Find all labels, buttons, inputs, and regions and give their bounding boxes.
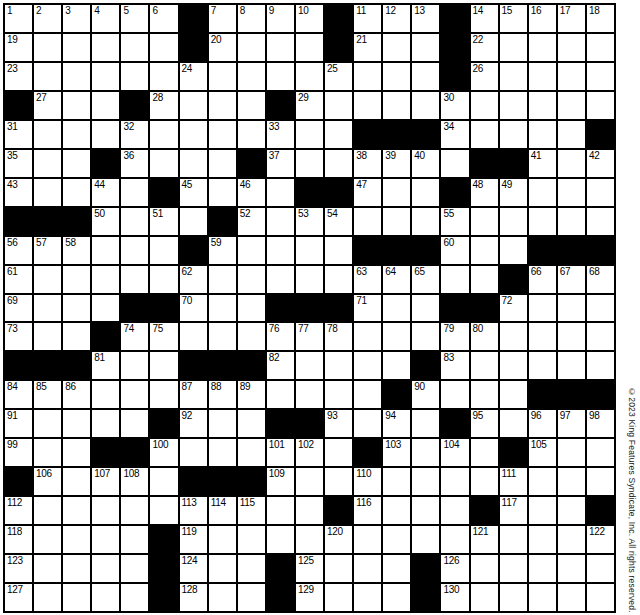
white-cell[interactable] bbox=[325, 439, 352, 466]
white-cell[interactable] bbox=[92, 526, 119, 553]
white-cell[interactable] bbox=[180, 92, 207, 119]
white-cell[interactable] bbox=[63, 63, 90, 90]
white-cell[interactable]: 91 bbox=[5, 410, 32, 437]
white-cell[interactable] bbox=[121, 63, 148, 90]
white-cell[interactable] bbox=[209, 92, 236, 119]
white-cell[interactable]: 130 bbox=[441, 584, 468, 611]
white-cell[interactable] bbox=[150, 381, 177, 408]
white-cell[interactable] bbox=[209, 150, 236, 177]
white-cell[interactable] bbox=[296, 237, 323, 264]
white-cell[interactable]: 77 bbox=[296, 323, 323, 350]
white-cell[interactable]: 20 bbox=[209, 34, 236, 61]
white-cell[interactable] bbox=[92, 555, 119, 582]
white-cell[interactable]: 9 bbox=[267, 5, 294, 32]
white-cell[interactable]: 47 bbox=[354, 179, 381, 206]
white-cell[interactable]: 74 bbox=[121, 323, 148, 350]
white-cell[interactable]: 67 bbox=[558, 266, 585, 293]
white-cell[interactable] bbox=[558, 439, 585, 466]
white-cell[interactable]: 80 bbox=[471, 323, 498, 350]
white-cell[interactable]: 127 bbox=[5, 584, 32, 611]
white-cell[interactable] bbox=[267, 237, 294, 264]
white-cell[interactable]: 55 bbox=[441, 208, 468, 235]
white-cell[interactable]: 61 bbox=[5, 266, 32, 293]
white-cell[interactable] bbox=[34, 150, 61, 177]
white-cell[interactable]: 2 bbox=[34, 5, 61, 32]
white-cell[interactable] bbox=[383, 92, 410, 119]
white-cell[interactable]: 60 bbox=[441, 237, 468, 264]
white-cell[interactable]: 64 bbox=[383, 266, 410, 293]
white-cell[interactable]: 39 bbox=[383, 150, 410, 177]
white-cell[interactable] bbox=[529, 584, 556, 611]
white-cell[interactable] bbox=[325, 468, 352, 495]
white-cell[interactable] bbox=[267, 266, 294, 293]
white-cell[interactable] bbox=[238, 584, 265, 611]
white-cell[interactable] bbox=[500, 526, 527, 553]
white-cell[interactable] bbox=[209, 266, 236, 293]
white-cell[interactable] bbox=[412, 497, 439, 524]
white-cell[interactable] bbox=[354, 584, 381, 611]
white-cell[interactable]: 38 bbox=[354, 150, 381, 177]
white-cell[interactable] bbox=[441, 266, 468, 293]
white-cell[interactable] bbox=[92, 497, 119, 524]
white-cell[interactable]: 4 bbox=[92, 5, 119, 32]
white-cell[interactable] bbox=[92, 266, 119, 293]
white-cell[interactable] bbox=[354, 352, 381, 379]
white-cell[interactable] bbox=[412, 439, 439, 466]
white-cell[interactable] bbox=[150, 121, 177, 148]
white-cell[interactable] bbox=[209, 526, 236, 553]
white-cell[interactable]: 10 bbox=[296, 5, 323, 32]
white-cell[interactable]: 21 bbox=[354, 34, 381, 61]
white-cell[interactable] bbox=[296, 34, 323, 61]
white-cell[interactable]: 115 bbox=[238, 497, 265, 524]
white-cell[interactable]: 97 bbox=[558, 410, 585, 437]
white-cell[interactable] bbox=[121, 208, 148, 235]
white-cell[interactable] bbox=[209, 584, 236, 611]
white-cell[interactable] bbox=[34, 121, 61, 148]
white-cell[interactable]: 1 bbox=[5, 5, 32, 32]
white-cell[interactable] bbox=[441, 381, 468, 408]
white-cell[interactable] bbox=[325, 121, 352, 148]
white-cell[interactable] bbox=[209, 439, 236, 466]
white-cell[interactable] bbox=[296, 526, 323, 553]
white-cell[interactable]: 101 bbox=[267, 439, 294, 466]
white-cell[interactable]: 22 bbox=[471, 34, 498, 61]
white-cell[interactable] bbox=[267, 208, 294, 235]
white-cell[interactable] bbox=[209, 323, 236, 350]
white-cell[interactable] bbox=[63, 439, 90, 466]
white-cell[interactable] bbox=[180, 439, 207, 466]
white-cell[interactable] bbox=[354, 410, 381, 437]
white-cell[interactable]: 49 bbox=[500, 179, 527, 206]
white-cell[interactable]: 53 bbox=[296, 208, 323, 235]
white-cell[interactable]: 81 bbox=[92, 352, 119, 379]
white-cell[interactable] bbox=[529, 208, 556, 235]
white-cell[interactable]: 119 bbox=[180, 526, 207, 553]
white-cell[interactable] bbox=[354, 92, 381, 119]
white-cell[interactable] bbox=[471, 381, 498, 408]
white-cell[interactable]: 93 bbox=[325, 410, 352, 437]
white-cell[interactable]: 23 bbox=[5, 63, 32, 90]
white-cell[interactable]: 50 bbox=[92, 208, 119, 235]
white-cell[interactable]: 16 bbox=[529, 5, 556, 32]
white-cell[interactable]: 106 bbox=[34, 468, 61, 495]
white-cell[interactable]: 84 bbox=[5, 381, 32, 408]
white-cell[interactable] bbox=[34, 410, 61, 437]
white-cell[interactable] bbox=[500, 352, 527, 379]
white-cell[interactable]: 17 bbox=[558, 5, 585, 32]
white-cell[interactable] bbox=[121, 179, 148, 206]
white-cell[interactable] bbox=[500, 34, 527, 61]
white-cell[interactable]: 121 bbox=[471, 526, 498, 553]
white-cell[interactable]: 63 bbox=[354, 266, 381, 293]
white-cell[interactable] bbox=[471, 208, 498, 235]
white-cell[interactable] bbox=[500, 323, 527, 350]
white-cell[interactable] bbox=[383, 295, 410, 322]
white-cell[interactable]: 56 bbox=[5, 237, 32, 264]
white-cell[interactable] bbox=[529, 179, 556, 206]
white-cell[interactable] bbox=[238, 410, 265, 437]
white-cell[interactable]: 33 bbox=[267, 121, 294, 148]
white-cell[interactable] bbox=[121, 497, 148, 524]
white-cell[interactable] bbox=[34, 439, 61, 466]
white-cell[interactable] bbox=[587, 295, 614, 322]
white-cell[interactable]: 13 bbox=[412, 5, 439, 32]
white-cell[interactable] bbox=[325, 266, 352, 293]
white-cell[interactable]: 79 bbox=[441, 323, 468, 350]
white-cell[interactable] bbox=[529, 526, 556, 553]
white-cell[interactable] bbox=[325, 555, 352, 582]
white-cell[interactable] bbox=[500, 63, 527, 90]
white-cell[interactable] bbox=[267, 63, 294, 90]
white-cell[interactable] bbox=[63, 92, 90, 119]
white-cell[interactable]: 83 bbox=[441, 352, 468, 379]
white-cell[interactable]: 7 bbox=[209, 5, 236, 32]
white-cell[interactable] bbox=[412, 468, 439, 495]
white-cell[interactable] bbox=[587, 92, 614, 119]
white-cell[interactable] bbox=[587, 555, 614, 582]
white-cell[interactable]: 5 bbox=[121, 5, 148, 32]
white-cell[interactable] bbox=[383, 584, 410, 611]
white-cell[interactable]: 96 bbox=[529, 410, 556, 437]
white-cell[interactable] bbox=[558, 352, 585, 379]
white-cell[interactable] bbox=[34, 526, 61, 553]
white-cell[interactable]: 113 bbox=[180, 497, 207, 524]
white-cell[interactable] bbox=[383, 555, 410, 582]
white-cell[interactable]: 126 bbox=[441, 555, 468, 582]
white-cell[interactable]: 123 bbox=[5, 555, 32, 582]
white-cell[interactable] bbox=[500, 410, 527, 437]
white-cell[interactable] bbox=[150, 352, 177, 379]
white-cell[interactable] bbox=[354, 555, 381, 582]
white-cell[interactable] bbox=[63, 121, 90, 148]
white-cell[interactable] bbox=[529, 295, 556, 322]
white-cell[interactable]: 88 bbox=[209, 381, 236, 408]
white-cell[interactable]: 75 bbox=[150, 323, 177, 350]
white-cell[interactable] bbox=[412, 63, 439, 90]
white-cell[interactable] bbox=[325, 150, 352, 177]
white-cell[interactable]: 52 bbox=[238, 208, 265, 235]
white-cell[interactable] bbox=[471, 266, 498, 293]
white-cell[interactable] bbox=[354, 323, 381, 350]
white-cell[interactable] bbox=[383, 34, 410, 61]
white-cell[interactable] bbox=[296, 266, 323, 293]
white-cell[interactable]: 116 bbox=[354, 497, 381, 524]
white-cell[interactable] bbox=[500, 121, 527, 148]
white-cell[interactable] bbox=[63, 526, 90, 553]
white-cell[interactable]: 102 bbox=[296, 439, 323, 466]
white-cell[interactable]: 95 bbox=[471, 410, 498, 437]
white-cell[interactable] bbox=[529, 121, 556, 148]
white-cell[interactable]: 129 bbox=[296, 584, 323, 611]
white-cell[interactable]: 86 bbox=[63, 381, 90, 408]
white-cell[interactable]: 30 bbox=[441, 92, 468, 119]
white-cell[interactable]: 118 bbox=[5, 526, 32, 553]
white-cell[interactable] bbox=[296, 468, 323, 495]
white-cell[interactable] bbox=[412, 208, 439, 235]
white-cell[interactable]: 15 bbox=[500, 5, 527, 32]
white-cell[interactable]: 41 bbox=[529, 150, 556, 177]
white-cell[interactable] bbox=[63, 468, 90, 495]
white-cell[interactable]: 105 bbox=[529, 439, 556, 466]
white-cell[interactable] bbox=[150, 237, 177, 264]
white-cell[interactable]: 103 bbox=[383, 439, 410, 466]
white-cell[interactable] bbox=[412, 526, 439, 553]
white-cell[interactable] bbox=[238, 295, 265, 322]
white-cell[interactable]: 18 bbox=[587, 5, 614, 32]
white-cell[interactable] bbox=[471, 92, 498, 119]
white-cell[interactable] bbox=[92, 34, 119, 61]
white-cell[interactable] bbox=[180, 208, 207, 235]
white-cell[interactable] bbox=[34, 266, 61, 293]
white-cell[interactable] bbox=[500, 381, 527, 408]
white-cell[interactable]: 98 bbox=[587, 410, 614, 437]
white-cell[interactable] bbox=[529, 352, 556, 379]
white-cell[interactable] bbox=[238, 92, 265, 119]
white-cell[interactable] bbox=[587, 352, 614, 379]
white-cell[interactable] bbox=[354, 208, 381, 235]
white-cell[interactable]: 34 bbox=[441, 121, 468, 148]
white-cell[interactable] bbox=[412, 323, 439, 350]
white-cell[interactable]: 43 bbox=[5, 179, 32, 206]
white-cell[interactable] bbox=[296, 497, 323, 524]
white-cell[interactable] bbox=[587, 439, 614, 466]
white-cell[interactable]: 14 bbox=[471, 5, 498, 32]
white-cell[interactable] bbox=[180, 150, 207, 177]
white-cell[interactable]: 89 bbox=[238, 381, 265, 408]
white-cell[interactable] bbox=[412, 179, 439, 206]
white-cell[interactable]: 58 bbox=[63, 237, 90, 264]
white-cell[interactable]: 12 bbox=[383, 5, 410, 32]
white-cell[interactable] bbox=[412, 295, 439, 322]
white-cell[interactable]: 25 bbox=[325, 63, 352, 90]
white-cell[interactable] bbox=[238, 63, 265, 90]
white-cell[interactable] bbox=[34, 179, 61, 206]
white-cell[interactable]: 40 bbox=[412, 150, 439, 177]
white-cell[interactable] bbox=[587, 468, 614, 495]
white-cell[interactable]: 51 bbox=[150, 208, 177, 235]
white-cell[interactable] bbox=[354, 63, 381, 90]
white-cell[interactable]: 122 bbox=[587, 526, 614, 553]
white-cell[interactable] bbox=[587, 208, 614, 235]
white-cell[interactable] bbox=[209, 179, 236, 206]
white-cell[interactable] bbox=[471, 555, 498, 582]
white-cell[interactable] bbox=[558, 34, 585, 61]
white-cell[interactable] bbox=[296, 121, 323, 148]
white-cell[interactable] bbox=[238, 439, 265, 466]
white-cell[interactable] bbox=[296, 352, 323, 379]
white-cell[interactable] bbox=[587, 584, 614, 611]
white-cell[interactable] bbox=[63, 584, 90, 611]
white-cell[interactable]: 85 bbox=[34, 381, 61, 408]
white-cell[interactable] bbox=[63, 497, 90, 524]
white-cell[interactable] bbox=[500, 584, 527, 611]
white-cell[interactable] bbox=[92, 295, 119, 322]
white-cell[interactable] bbox=[500, 92, 527, 119]
white-cell[interactable] bbox=[267, 381, 294, 408]
white-cell[interactable]: 65 bbox=[412, 266, 439, 293]
white-cell[interactable] bbox=[92, 121, 119, 148]
white-cell[interactable] bbox=[558, 150, 585, 177]
white-cell[interactable] bbox=[529, 63, 556, 90]
white-cell[interactable]: 120 bbox=[325, 526, 352, 553]
white-cell[interactable] bbox=[412, 410, 439, 437]
white-cell[interactable] bbox=[238, 555, 265, 582]
white-cell[interactable] bbox=[121, 526, 148, 553]
white-cell[interactable] bbox=[383, 179, 410, 206]
white-cell[interactable]: 6 bbox=[150, 5, 177, 32]
white-cell[interactable] bbox=[383, 63, 410, 90]
white-cell[interactable] bbox=[34, 295, 61, 322]
white-cell[interactable] bbox=[238, 34, 265, 61]
white-cell[interactable] bbox=[441, 468, 468, 495]
white-cell[interactable] bbox=[529, 92, 556, 119]
white-cell[interactable]: 24 bbox=[180, 63, 207, 90]
white-cell[interactable] bbox=[34, 497, 61, 524]
white-cell[interactable] bbox=[383, 497, 410, 524]
white-cell[interactable]: 112 bbox=[5, 497, 32, 524]
white-cell[interactable] bbox=[180, 121, 207, 148]
white-cell[interactable] bbox=[441, 526, 468, 553]
white-cell[interactable]: 108 bbox=[121, 468, 148, 495]
white-cell[interactable]: 100 bbox=[150, 439, 177, 466]
white-cell[interactable] bbox=[471, 237, 498, 264]
white-cell[interactable] bbox=[238, 266, 265, 293]
white-cell[interactable] bbox=[383, 526, 410, 553]
white-cell[interactable]: 31 bbox=[5, 121, 32, 148]
white-cell[interactable]: 69 bbox=[5, 295, 32, 322]
white-cell[interactable] bbox=[441, 497, 468, 524]
white-cell[interactable] bbox=[121, 584, 148, 611]
white-cell[interactable] bbox=[238, 526, 265, 553]
white-cell[interactable] bbox=[383, 468, 410, 495]
white-cell[interactable]: 73 bbox=[5, 323, 32, 350]
white-cell[interactable] bbox=[500, 208, 527, 235]
white-cell[interactable]: 72 bbox=[500, 295, 527, 322]
white-cell[interactable] bbox=[529, 555, 556, 582]
white-cell[interactable]: 114 bbox=[209, 497, 236, 524]
white-cell[interactable] bbox=[471, 468, 498, 495]
white-cell[interactable] bbox=[238, 323, 265, 350]
white-cell[interactable]: 125 bbox=[296, 555, 323, 582]
white-cell[interactable]: 44 bbox=[92, 179, 119, 206]
white-cell[interactable]: 8 bbox=[238, 5, 265, 32]
white-cell[interactable] bbox=[500, 237, 527, 264]
white-cell[interactable] bbox=[500, 555, 527, 582]
white-cell[interactable] bbox=[92, 63, 119, 90]
white-cell[interactable] bbox=[587, 179, 614, 206]
white-cell[interactable] bbox=[63, 266, 90, 293]
white-cell[interactable] bbox=[558, 584, 585, 611]
white-cell[interactable] bbox=[121, 352, 148, 379]
white-cell[interactable] bbox=[383, 208, 410, 235]
white-cell[interactable] bbox=[529, 34, 556, 61]
white-cell[interactable] bbox=[34, 34, 61, 61]
white-cell[interactable] bbox=[558, 468, 585, 495]
white-cell[interactable] bbox=[296, 63, 323, 90]
white-cell[interactable]: 59 bbox=[209, 237, 236, 264]
white-cell[interactable] bbox=[267, 526, 294, 553]
white-cell[interactable] bbox=[121, 381, 148, 408]
white-cell[interactable] bbox=[121, 34, 148, 61]
white-cell[interactable] bbox=[238, 121, 265, 148]
white-cell[interactable] bbox=[558, 555, 585, 582]
white-cell[interactable]: 87 bbox=[180, 381, 207, 408]
white-cell[interactable] bbox=[150, 266, 177, 293]
white-cell[interactable] bbox=[92, 92, 119, 119]
white-cell[interactable]: 128 bbox=[180, 584, 207, 611]
white-cell[interactable]: 26 bbox=[471, 63, 498, 90]
white-cell[interactable] bbox=[92, 410, 119, 437]
white-cell[interactable]: 76 bbox=[267, 323, 294, 350]
white-cell[interactable] bbox=[325, 92, 352, 119]
white-cell[interactable] bbox=[92, 381, 119, 408]
white-cell[interactable] bbox=[34, 63, 61, 90]
white-cell[interactable] bbox=[150, 468, 177, 495]
white-cell[interactable] bbox=[296, 381, 323, 408]
white-cell[interactable] bbox=[529, 323, 556, 350]
white-cell[interactable] bbox=[63, 410, 90, 437]
white-cell[interactable]: 45 bbox=[180, 179, 207, 206]
white-cell[interactable]: 46 bbox=[238, 179, 265, 206]
white-cell[interactable] bbox=[529, 497, 556, 524]
white-cell[interactable] bbox=[354, 381, 381, 408]
white-cell[interactable]: 42 bbox=[587, 150, 614, 177]
white-cell[interactable] bbox=[121, 237, 148, 264]
white-cell[interactable]: 57 bbox=[34, 237, 61, 264]
white-cell[interactable] bbox=[296, 150, 323, 177]
white-cell[interactable] bbox=[267, 179, 294, 206]
white-cell[interactable]: 27 bbox=[34, 92, 61, 119]
white-cell[interactable]: 48 bbox=[471, 179, 498, 206]
white-cell[interactable] bbox=[587, 323, 614, 350]
white-cell[interactable] bbox=[412, 34, 439, 61]
white-cell[interactable] bbox=[150, 34, 177, 61]
white-cell[interactable]: 62 bbox=[180, 266, 207, 293]
white-cell[interactable]: 117 bbox=[500, 497, 527, 524]
white-cell[interactable] bbox=[529, 468, 556, 495]
white-cell[interactable] bbox=[34, 323, 61, 350]
white-cell[interactable] bbox=[412, 92, 439, 119]
white-cell[interactable] bbox=[325, 381, 352, 408]
white-cell[interactable]: 66 bbox=[529, 266, 556, 293]
white-cell[interactable]: 29 bbox=[296, 92, 323, 119]
white-cell[interactable] bbox=[471, 439, 498, 466]
white-cell[interactable] bbox=[558, 179, 585, 206]
white-cell[interactable] bbox=[209, 121, 236, 148]
white-cell[interactable]: 104 bbox=[441, 439, 468, 466]
white-cell[interactable] bbox=[63, 323, 90, 350]
